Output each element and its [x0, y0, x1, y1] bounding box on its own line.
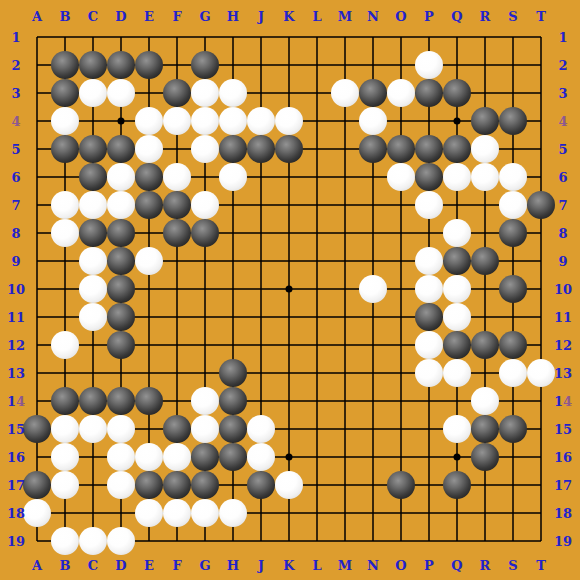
white-stone: ○	[219, 107, 247, 135]
black-stone: ●	[163, 79, 191, 107]
white-stone: ○	[443, 415, 471, 443]
white-stone: ○	[135, 135, 163, 163]
black-stone: ●	[135, 387, 163, 415]
black-stone: ●	[387, 135, 415, 163]
white-stone: ○	[443, 359, 471, 387]
column-label-top: L	[312, 10, 321, 23]
row-label-right: 9	[558, 255, 567, 268]
column-label-top: D	[115, 10, 126, 23]
black-stone: ●	[359, 135, 387, 163]
black-stone: ●	[163, 471, 191, 499]
row-label-left: 2	[11, 59, 20, 72]
row-label-right: 13	[554, 367, 572, 380]
column-label-top: F	[172, 10, 181, 23]
black-stone: ●	[23, 415, 51, 443]
black-stone: ●	[107, 303, 135, 331]
white-stone: ○	[499, 359, 527, 387]
column-label-bottom: A	[32, 559, 42, 572]
white-stone: ○	[415, 275, 443, 303]
black-stone: ●	[415, 135, 443, 163]
row-label-left: 14	[7, 395, 25, 408]
column-label-bottom: H	[227, 559, 239, 572]
row-label-left: 9	[11, 255, 20, 268]
row-label-left: 12	[7, 339, 25, 352]
black-stone: ●	[107, 387, 135, 415]
column-label-top: M	[338, 10, 352, 23]
white-stone: ○	[135, 247, 163, 275]
row-label-left: 1	[11, 31, 20, 44]
row-label-right: 1	[558, 31, 567, 44]
white-stone: ○	[51, 219, 79, 247]
black-stone: ●	[79, 135, 107, 163]
column-label-bottom: T	[536, 559, 546, 572]
white-stone: ○	[191, 387, 219, 415]
row-label-left: 11	[7, 311, 25, 324]
white-stone: ○	[79, 191, 107, 219]
white-stone: ○	[499, 163, 527, 191]
white-stone: ○	[415, 51, 443, 79]
white-stone: ○	[527, 359, 555, 387]
column-label-bottom: P	[424, 559, 434, 572]
white-stone: ○	[359, 275, 387, 303]
white-stone: ○	[135, 443, 163, 471]
row-label-left: 18	[7, 507, 25, 520]
black-stone: ●	[499, 219, 527, 247]
column-label-bottom: D	[115, 559, 126, 572]
white-stone: ○	[107, 79, 135, 107]
column-label-top: B	[60, 10, 71, 23]
column-label-top: P	[424, 10, 434, 23]
black-stone: ●	[51, 135, 79, 163]
black-stone: ●	[135, 471, 163, 499]
white-stone: ○	[163, 443, 191, 471]
column-label-bottom: B	[60, 559, 71, 572]
white-stone: ○	[443, 163, 471, 191]
black-stone: ●	[135, 163, 163, 191]
white-stone: ○	[191, 191, 219, 219]
column-label-bottom: S	[508, 559, 517, 572]
white-stone: ○	[107, 443, 135, 471]
white-stone: ○	[51, 527, 79, 555]
white-stone: ○	[163, 163, 191, 191]
white-stone: ○	[191, 499, 219, 527]
column-label-top: K	[283, 10, 294, 23]
white-stone: ○	[79, 247, 107, 275]
white-stone: ○	[191, 415, 219, 443]
black-stone: ●	[51, 79, 79, 107]
row-label-left: 19	[7, 535, 25, 548]
black-stone: ●	[107, 135, 135, 163]
white-stone: ○	[499, 191, 527, 219]
black-stone: ●	[499, 331, 527, 359]
black-stone: ●	[499, 415, 527, 443]
row-label-right: 15	[554, 423, 572, 436]
black-stone: ●	[471, 331, 499, 359]
black-stone: ●	[191, 443, 219, 471]
column-label-top: J	[258, 10, 264, 23]
black-stone: ●	[79, 51, 107, 79]
white-stone: ○	[107, 415, 135, 443]
row-label-left: 17	[7, 479, 25, 492]
white-stone: ○	[135, 499, 163, 527]
white-stone: ○	[247, 415, 275, 443]
row-label-left: 6	[11, 171, 20, 184]
white-stone: ○	[135, 107, 163, 135]
row-label-right: 19	[554, 535, 572, 548]
white-stone: ○	[107, 471, 135, 499]
white-stone: ○	[443, 303, 471, 331]
column-label-bottom: C	[88, 559, 98, 572]
white-stone: ○	[415, 247, 443, 275]
column-label-top: A	[32, 10, 42, 23]
column-label-bottom: Q	[451, 559, 462, 572]
white-stone: ○	[79, 415, 107, 443]
column-label-top: R	[480, 10, 491, 23]
black-stone: ●	[471, 247, 499, 275]
column-label-bottom: K	[283, 559, 294, 572]
white-stone: ○	[51, 443, 79, 471]
column-label-bottom: O	[395, 559, 406, 572]
black-stone: ●	[219, 415, 247, 443]
white-stone: ○	[51, 471, 79, 499]
white-stone: ○	[191, 135, 219, 163]
black-stone: ●	[499, 275, 527, 303]
white-stone: ○	[247, 443, 275, 471]
black-stone: ●	[471, 443, 499, 471]
column-label-top: N	[367, 10, 379, 23]
black-stone: ●	[415, 79, 443, 107]
column-label-bottom: F	[172, 559, 181, 572]
white-stone: ○	[387, 163, 415, 191]
black-stone: ●	[135, 51, 163, 79]
row-label-right: 12	[554, 339, 572, 352]
black-stone: ●	[443, 471, 471, 499]
white-stone: ○	[79, 79, 107, 107]
white-stone: ○	[107, 191, 135, 219]
black-stone: ●	[107, 275, 135, 303]
white-stone: ○	[471, 387, 499, 415]
white-stone: ○	[359, 107, 387, 135]
white-stone: ○	[415, 331, 443, 359]
black-stone: ●	[359, 79, 387, 107]
white-stone: ○	[79, 275, 107, 303]
column-label-top: Q	[451, 10, 462, 23]
row-label-left: 7	[11, 199, 20, 212]
row-label-right: 18	[554, 507, 572, 520]
black-stone: ●	[443, 247, 471, 275]
column-label-top: O	[395, 10, 406, 23]
black-stone: ●	[191, 51, 219, 79]
white-stone: ○	[51, 415, 79, 443]
row-label-right: 17	[554, 479, 572, 492]
column-label-top: T	[536, 10, 546, 23]
black-stone: ●	[247, 135, 275, 163]
white-stone: ○	[107, 527, 135, 555]
black-stone: ●	[219, 387, 247, 415]
row-label-right: 16	[554, 451, 572, 464]
column-label-bottom: N	[367, 559, 379, 572]
column-label-top: G	[199, 10, 210, 23]
column-label-bottom: E	[144, 559, 154, 572]
row-label-right: 7	[558, 199, 567, 212]
stones-layer: ●●●●●○●○○●○○○●○●●○○○○○○○○●●●●●○○●●●●●●●○…	[0, 0, 580, 580]
row-label-right: 2	[558, 59, 567, 72]
black-stone: ●	[471, 415, 499, 443]
black-stone: ●	[51, 387, 79, 415]
black-stone: ●	[191, 471, 219, 499]
black-stone: ●	[415, 163, 443, 191]
row-label-left: 3	[11, 87, 20, 100]
black-stone: ●	[443, 135, 471, 163]
column-label-bottom: R	[480, 559, 491, 572]
black-stone: ●	[23, 471, 51, 499]
black-stone: ●	[163, 219, 191, 247]
black-stone: ●	[107, 219, 135, 247]
black-stone: ●	[79, 163, 107, 191]
column-label-top: E	[144, 10, 154, 23]
white-stone: ○	[415, 191, 443, 219]
row-label-right: 14	[554, 395, 572, 408]
black-stone: ●	[219, 443, 247, 471]
white-stone: ○	[443, 275, 471, 303]
white-stone: ○	[51, 191, 79, 219]
white-stone: ○	[219, 79, 247, 107]
white-stone: ○	[191, 107, 219, 135]
column-label-bottom: M	[338, 559, 352, 572]
row-label-left: 13	[7, 367, 25, 380]
white-stone: ○	[471, 163, 499, 191]
column-label-bottom: J	[258, 559, 264, 572]
column-label-top: S	[508, 10, 517, 23]
row-label-right: 8	[558, 227, 567, 240]
row-label-left: 10	[7, 283, 25, 296]
black-stone: ●	[219, 135, 247, 163]
go-board[interactable]: ●●●●●○●○○●○○○●○●●○○○○○○○○●●●●●○○●●●●●●●○…	[0, 0, 580, 580]
white-stone: ○	[219, 163, 247, 191]
row-label-right: 4	[558, 115, 567, 128]
row-label-right: 11	[554, 311, 572, 324]
black-stone: ●	[107, 331, 135, 359]
black-stone: ●	[443, 331, 471, 359]
black-stone: ●	[191, 219, 219, 247]
white-stone: ○	[387, 79, 415, 107]
column-label-top: H	[227, 10, 239, 23]
white-stone: ○	[275, 471, 303, 499]
white-stone: ○	[163, 107, 191, 135]
black-stone: ●	[79, 219, 107, 247]
black-stone: ●	[275, 135, 303, 163]
black-stone: ●	[51, 51, 79, 79]
column-label-bottom: G	[199, 559, 210, 572]
row-label-left: 5	[11, 143, 20, 156]
row-label-left: 16	[7, 451, 25, 464]
white-stone: ○	[275, 107, 303, 135]
row-label-right: 3	[558, 87, 567, 100]
row-label-right: 6	[558, 171, 567, 184]
row-label-left: 8	[11, 227, 20, 240]
white-stone: ○	[331, 79, 359, 107]
black-stone: ●	[107, 247, 135, 275]
row-label-right: 10	[554, 283, 572, 296]
white-stone: ○	[247, 107, 275, 135]
black-stone: ●	[163, 191, 191, 219]
white-stone: ○	[415, 359, 443, 387]
white-stone: ○	[163, 499, 191, 527]
column-label-top: C	[88, 10, 98, 23]
white-stone: ○	[191, 79, 219, 107]
black-stone: ●	[415, 303, 443, 331]
black-stone: ●	[79, 387, 107, 415]
black-stone: ●	[499, 107, 527, 135]
black-stone: ●	[387, 471, 415, 499]
black-stone: ●	[247, 471, 275, 499]
black-stone: ●	[163, 415, 191, 443]
black-stone: ●	[527, 191, 555, 219]
white-stone: ○	[51, 107, 79, 135]
white-stone: ○	[79, 527, 107, 555]
black-stone: ●	[219, 359, 247, 387]
black-stone: ●	[443, 79, 471, 107]
row-label-left: 4	[11, 115, 20, 128]
white-stone: ○	[79, 303, 107, 331]
white-stone: ○	[471, 135, 499, 163]
white-stone: ○	[51, 331, 79, 359]
row-label-right: 5	[558, 143, 567, 156]
black-stone: ●	[471, 107, 499, 135]
row-label-left: 15	[7, 423, 25, 436]
white-stone: ○	[219, 499, 247, 527]
white-stone: ○	[443, 219, 471, 247]
black-stone: ●	[107, 51, 135, 79]
white-stone: ○	[23, 499, 51, 527]
column-label-bottom: L	[312, 559, 321, 572]
black-stone: ●	[135, 191, 163, 219]
white-stone: ○	[107, 163, 135, 191]
